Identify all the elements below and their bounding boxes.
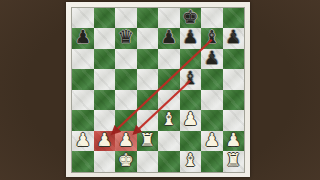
square-d1 (137, 151, 159, 172)
square-g2: ♟ (201, 131, 223, 152)
square-g6: ♟ (201, 49, 223, 70)
square-b3 (94, 110, 116, 131)
square-a1 (72, 151, 94, 172)
square-g7: ♝ (201, 28, 223, 49)
piece-c1-white-king: ♚ (118, 151, 134, 169)
square-d5 (137, 69, 159, 90)
thumbnail-canvas: ♚♟♛♟♟♝♟♟♝♝♟♟♟♟♜♟♟♚♝♜ (0, 0, 320, 180)
piece-h1-white-rook: ♜ (225, 151, 241, 169)
square-d7 (137, 28, 159, 49)
piece-g7-black-bishop: ♝ (204, 28, 220, 46)
board-frame: ♚♟♛♟♟♝♟♟♝♝♟♟♟♟♜♟♟♚♝♜ (66, 2, 250, 177)
square-d6 (137, 49, 159, 70)
square-e1 (158, 151, 180, 172)
square-h6 (223, 49, 245, 70)
piece-a2-white-pawn: ♟ (75, 131, 91, 149)
square-g1 (201, 151, 223, 172)
square-g5 (201, 69, 223, 90)
piece-g6-black-pawn: ♟ (204, 49, 220, 67)
square-c8 (115, 8, 137, 29)
piece-d2-white-rook: ♜ (139, 131, 155, 149)
square-a8 (72, 8, 94, 29)
square-h5 (223, 69, 245, 90)
square-a5 (72, 69, 94, 90)
square-h3 (223, 110, 245, 131)
square-f4 (180, 90, 202, 111)
square-h2: ♟ (223, 131, 245, 152)
piece-h2-white-pawn: ♟ (225, 131, 241, 149)
square-h1: ♜ (223, 151, 245, 172)
square-e7: ♟ (158, 28, 180, 49)
square-b4 (94, 90, 116, 111)
square-b2: ♟ (94, 131, 116, 152)
square-c4 (115, 90, 137, 111)
square-e2 (158, 131, 180, 152)
square-b5 (94, 69, 116, 90)
square-c7: ♛ (115, 28, 137, 49)
square-f6 (180, 49, 202, 70)
square-f2 (180, 131, 202, 152)
square-a2: ♟ (72, 131, 94, 152)
square-d3 (137, 110, 159, 131)
piece-f5-black-bishop: ♝ (182, 69, 198, 87)
square-d4 (137, 90, 159, 111)
square-f8: ♚ (180, 8, 202, 29)
chess-board: ♚♟♛♟♟♝♟♟♝♝♟♟♟♟♜♟♟♚♝♜ (71, 7, 245, 173)
square-f7: ♟ (180, 28, 202, 49)
square-c1: ♚ (115, 151, 137, 172)
square-g4 (201, 90, 223, 111)
square-b8 (94, 8, 116, 29)
square-c6 (115, 49, 137, 70)
square-c5 (115, 69, 137, 90)
square-a6 (72, 49, 94, 70)
square-f1: ♝ (180, 151, 202, 172)
square-e6 (158, 49, 180, 70)
square-e8 (158, 8, 180, 29)
piece-e3-white-bishop: ♝ (161, 110, 177, 128)
square-e3: ♝ (158, 110, 180, 131)
square-a4 (72, 90, 94, 111)
square-b6 (94, 49, 116, 70)
piece-e7-black-pawn: ♟ (161, 28, 177, 46)
square-e5 (158, 69, 180, 90)
square-g3 (201, 110, 223, 131)
square-f3: ♟ (180, 110, 202, 131)
square-a3 (72, 110, 94, 131)
square-c2: ♟ (115, 131, 137, 152)
square-h8 (223, 8, 245, 29)
piece-f8-black-king: ♚ (182, 8, 198, 26)
square-b7 (94, 28, 116, 49)
square-d2: ♜ (137, 131, 159, 152)
square-h7: ♟ (223, 28, 245, 49)
square-g8 (201, 8, 223, 29)
square-f5: ♝ (180, 69, 202, 90)
square-e4 (158, 90, 180, 111)
piece-c7-black-queen: ♛ (118, 28, 134, 46)
square-d8 (137, 8, 159, 29)
piece-f1-white-bishop: ♝ (182, 151, 198, 169)
piece-a7-black-pawn: ♟ (75, 28, 91, 46)
piece-h7-black-pawn: ♟ (225, 28, 241, 46)
piece-f3-white-pawn: ♟ (182, 110, 198, 128)
piece-f7-black-pawn: ♟ (182, 28, 198, 46)
square-c3 (115, 110, 137, 131)
piece-b2-white-pawn: ♟ (96, 131, 112, 149)
square-h4 (223, 90, 245, 111)
piece-c2-white-pawn: ♟ (118, 131, 134, 149)
piece-g2-white-pawn: ♟ (204, 131, 220, 149)
square-b1 (94, 151, 116, 172)
square-a7: ♟ (72, 28, 94, 49)
